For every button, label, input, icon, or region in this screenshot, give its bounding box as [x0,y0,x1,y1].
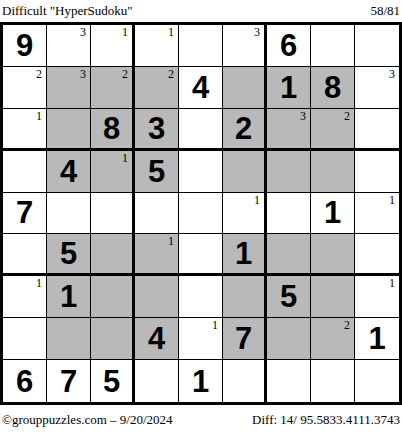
pencil-mark: 1 [168,234,174,248]
cell-r2c5[interactable]: 4 [179,67,223,109]
remaining-count: 58/81 [370,3,400,18]
cell-r2c2[interactable]: 3 [47,67,91,109]
cell-r1c8[interactable] [311,25,355,67]
cell-r9c5[interactable]: 1 [179,360,223,402]
cell-r2c9[interactable]: 3 [355,67,399,109]
cell-r9c2[interactable]: 7 [47,360,91,402]
given-digit: 7 [47,360,90,402]
cell-r3c9[interactable] [355,109,399,151]
cell-r5c2[interactable] [47,193,91,235]
given-digit: 4 [135,318,178,359]
pencil-mark: 2 [36,67,42,81]
cell-r1c7[interactable]: 6 [267,25,311,67]
given-digit: 5 [267,276,310,317]
cell-r9c1[interactable]: 6 [3,360,47,402]
cell-r8c7[interactable] [267,318,311,360]
sudoku-board: 9311362322418318323241571115111151417216… [0,22,402,405]
pencil-mark: 2 [344,109,350,123]
cell-r6c9[interactable] [355,234,399,276]
cell-r3c1[interactable]: 1 [3,109,47,151]
cell-r1c9[interactable] [355,25,399,67]
cell-r5c7[interactable] [267,193,311,235]
pencil-mark: 3 [80,25,86,39]
given-digit: 9 [3,25,46,66]
given-digit: 4 [47,151,90,192]
cell-r8c6[interactable]: 7 [223,318,267,360]
cell-r7c7[interactable]: 5 [267,276,311,318]
cell-r2c4[interactable]: 2 [135,67,179,109]
cell-r6c6[interactable]: 1 [223,234,267,276]
cell-r4c1[interactable] [3,151,47,193]
cell-r2c1[interactable]: 2 [3,67,47,109]
cell-r5c6[interactable]: 1 [223,193,267,235]
cell-r3c7[interactable]: 3 [267,109,311,151]
cell-r6c1[interactable] [3,234,47,276]
cell-r6c2[interactable]: 5 [47,234,91,276]
cell-r9c6[interactable] [223,360,267,402]
puzzle-title: Difficult "HyperSudoku" [2,3,133,18]
given-digit: 6 [267,25,310,66]
pencil-mark: 3 [80,67,86,81]
pencil-mark: 1 [122,151,128,165]
cell-r4c9[interactable] [355,151,399,193]
cell-r6c5[interactable] [179,234,223,276]
cell-r1c1[interactable]: 9 [3,25,47,67]
given-digit: 8 [311,67,354,108]
given-digit: 1 [267,67,310,108]
pencil-mark: 3 [254,25,260,39]
cell-r8c4[interactable]: 4 [135,318,179,360]
cell-r1c5[interactable] [179,25,223,67]
cell-r3c5[interactable] [179,109,223,151]
cell-r5c8[interactable]: 1 [311,193,355,235]
cell-r3c3[interactable]: 8 [91,109,135,151]
cell-r4c2[interactable]: 4 [47,151,91,193]
cell-r2c6[interactable] [223,67,267,109]
pencil-mark: 1 [122,25,128,39]
cell-r7c9[interactable]: 1 [355,276,399,318]
cell-r7c1[interactable]: 1 [3,276,47,318]
given-digit: 8 [91,109,132,148]
pencil-mark: 3 [300,109,306,123]
cell-r5c1[interactable]: 7 [3,193,47,235]
cell-r2c7[interactable]: 1 [267,67,311,109]
cell-r2c8[interactable]: 8 [311,67,355,109]
cell-r7c8[interactable] [311,276,355,318]
cell-r8c3[interactable] [91,318,135,360]
cell-r4c3[interactable]: 1 [91,151,135,193]
given-digit: 1 [311,193,354,234]
pencil-mark: 1 [36,109,42,123]
pencil-mark: 2 [168,67,174,81]
cell-r6c3[interactable] [91,234,135,276]
cell-r9c8[interactable] [311,360,355,402]
pencil-mark: 1 [254,193,260,207]
pencil-mark: 1 [168,25,174,39]
given-digit: 5 [135,151,178,192]
cell-r8c8[interactable]: 2 [311,318,355,360]
cell-r1c3[interactable]: 1 [91,25,135,67]
given-digit: 2 [223,109,264,148]
given-digit: 4 [179,67,222,108]
cell-r6c7[interactable] [267,234,311,276]
cell-r7c5[interactable] [179,276,223,318]
given-digit: 1 [355,318,399,359]
pencil-mark: 1 [389,276,395,290]
cell-r6c8[interactable] [311,234,355,276]
given-digit: 7 [3,193,46,234]
copyright-text: ©grouppuzzles.com – 9/20/2024 [2,412,173,427]
cell-r1c4[interactable]: 1 [135,25,179,67]
cell-r9c4[interactable] [135,360,179,402]
given-digit: 5 [47,234,90,273]
given-digit: 1 [47,276,90,317]
cell-r7c4[interactable] [135,276,179,318]
cell-r8c9[interactable]: 1 [355,318,399,360]
cell-r5c3[interactable] [91,193,135,235]
difficulty-text: Diff: 14/ 95.5833.4111.3743 [252,412,400,427]
cell-r7c6[interactable] [223,276,267,318]
cell-r5c5[interactable] [179,193,223,235]
cell-r8c2[interactable] [47,318,91,360]
cell-r3c6[interactable]: 2 [223,109,267,151]
cell-r9c9[interactable] [355,360,399,402]
header: Difficult "HyperSudoku" 58/81 [0,0,402,22]
cell-r4c4[interactable]: 5 [135,151,179,193]
pencil-mark: 2 [122,67,128,81]
cell-r4c8[interactable] [311,151,355,193]
cell-r3c4[interactable]: 3 [135,109,179,151]
cell-r1c6[interactable]: 3 [223,25,267,67]
cell-r9c3[interactable]: 5 [91,360,135,402]
pencil-mark: 1 [212,318,218,332]
cell-r6c4[interactable]: 1 [135,234,179,276]
cell-r7c3[interactable] [91,276,135,318]
cell-r4c7[interactable] [267,151,311,193]
cell-r8c5[interactable]: 1 [179,318,223,360]
cell-r2c3[interactable]: 2 [91,67,135,109]
given-digit: 1 [223,234,264,273]
given-digit: 6 [3,360,46,402]
pencil-mark: 2 [344,318,350,332]
given-digit: 1 [179,360,222,402]
cell-r8c1[interactable] [3,318,47,360]
cell-r4c5[interactable] [179,151,223,193]
cell-r3c8[interactable]: 2 [311,109,355,151]
cell-r9c7[interactable] [267,360,311,402]
pencil-mark: 1 [36,276,42,290]
given-digit: 5 [91,360,132,402]
cell-r3c2[interactable] [47,109,91,151]
given-digit: 7 [223,318,264,359]
cell-r1c2[interactable]: 3 [47,25,91,67]
given-digit: 3 [135,109,178,148]
pencil-mark: 3 [389,67,395,81]
footer: ©grouppuzzles.com – 9/20/2024 Diff: 14/ … [0,405,402,435]
cell-r5c9[interactable]: 1 [355,193,399,235]
cell-r4c6[interactable] [223,151,267,193]
cell-r5c4[interactable] [135,193,179,235]
pencil-mark: 1 [389,193,395,207]
cell-r7c2[interactable]: 1 [47,276,91,318]
